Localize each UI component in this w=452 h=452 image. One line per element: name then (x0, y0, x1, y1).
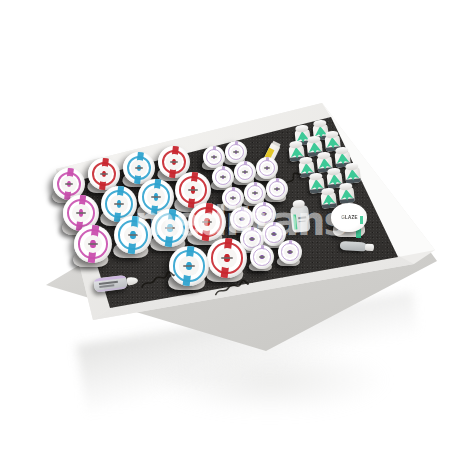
label-text-line (271, 233, 278, 235)
bottle-purple-band (93, 275, 127, 282)
label-text-line (151, 196, 161, 198)
label-text-line (170, 161, 179, 163)
dropper-bottle-purple (93, 272, 139, 293)
label-text-line (261, 213, 268, 215)
label-text-line (233, 151, 239, 153)
stain-jar-large (207, 238, 247, 278)
label-center (258, 208, 270, 220)
label-text-line (259, 256, 266, 258)
label-tick (275, 178, 279, 181)
label-tick (250, 227, 254, 231)
jar-lid (151, 209, 189, 247)
label-center (96, 166, 111, 181)
dropper-bottle-green (289, 199, 310, 233)
bottle-body (93, 275, 128, 293)
jar-lid (203, 146, 225, 168)
stain-jar-small (234, 161, 256, 183)
label-text-line (128, 234, 139, 236)
jar-lid (234, 161, 256, 183)
label-center (236, 213, 248, 225)
stain-jar-small (250, 245, 274, 269)
label-center (166, 154, 181, 169)
label-text-line (114, 203, 124, 205)
foam-logo-script (139, 270, 177, 292)
tube-cap (365, 243, 374, 252)
stain-jar-small (266, 178, 288, 200)
label-center (61, 176, 76, 191)
label-center (246, 233, 258, 245)
label-text-line (230, 197, 236, 199)
jar-lid (250, 245, 274, 269)
stain-jar-small (278, 240, 302, 264)
label-text-line (220, 176, 226, 178)
jar-lid (74, 225, 112, 263)
label-center (284, 246, 296, 258)
label-text-line (239, 218, 246, 220)
label-text-line (88, 243, 99, 245)
powder-vial (344, 162, 361, 183)
label-tick (262, 202, 266, 206)
label-text-line (165, 227, 176, 229)
label-text-line (287, 251, 294, 253)
stain-jar-large (188, 203, 226, 241)
label-text-line (221, 257, 232, 259)
label-center (131, 160, 146, 175)
label-text-line (242, 171, 248, 173)
label-tick (212, 146, 216, 149)
label-tick (221, 166, 225, 169)
product-photo-scene: GLAZE meditrans (0, 0, 452, 452)
label-text-line (76, 212, 86, 214)
jar-lid (225, 141, 247, 163)
glaze-jar: GLAZE (331, 202, 367, 238)
label-text-line (211, 156, 217, 158)
bottle-body (290, 206, 311, 233)
label-center (72, 204, 89, 221)
jar-lid (256, 157, 278, 179)
label-tick (231, 187, 235, 190)
jar-lid (266, 178, 288, 200)
label-tick (265, 157, 269, 160)
label-tick (272, 222, 276, 226)
label-tick (253, 182, 257, 185)
label-text-line (135, 167, 144, 169)
jar-lid (207, 238, 247, 278)
label-tick (260, 245, 264, 249)
label-center (268, 228, 280, 240)
glaze-label: GLAZE (341, 215, 358, 220)
jar-lid (278, 240, 302, 264)
glaze-lid-mark (360, 216, 364, 223)
label-text-line (274, 188, 280, 190)
jar-lid (244, 182, 266, 204)
label-text-line (264, 167, 270, 169)
label-tick (243, 161, 247, 164)
label-tick (288, 240, 292, 244)
label-text-line (188, 189, 198, 191)
label-text-line (65, 183, 74, 185)
label-center (256, 251, 268, 263)
label-text-line (252, 192, 258, 194)
stain-jar-large (151, 209, 189, 247)
jar-lid (212, 166, 234, 188)
label-center (184, 181, 201, 198)
jar-lid (188, 203, 226, 241)
bottle-text-line (298, 220, 305, 222)
stain-jar-small (256, 157, 278, 179)
stain-jar-large (114, 216, 152, 254)
label-text-line (202, 221, 213, 223)
label-center (110, 195, 127, 212)
stain-jar-small (212, 166, 234, 188)
label-tick (240, 207, 244, 211)
bottle-text-line (298, 216, 306, 218)
stain-jar-small (244, 182, 266, 204)
label-text-line (249, 238, 256, 240)
label-center (217, 248, 236, 267)
stain-jar-large (74, 225, 112, 263)
stain-jar-small (225, 141, 247, 163)
kit-items-layer: GLAZE (0, 0, 452, 452)
tube-body (340, 241, 367, 252)
powder-vial (338, 182, 355, 203)
dropper-tip (126, 276, 138, 286)
label-text-line (183, 265, 194, 267)
label-center (179, 256, 198, 275)
stain-jar-small (203, 146, 225, 168)
label-text-line (100, 173, 109, 175)
label-tick (234, 141, 238, 144)
label-center (147, 188, 164, 205)
jar-lid (114, 216, 152, 254)
clear-tube (340, 240, 375, 253)
